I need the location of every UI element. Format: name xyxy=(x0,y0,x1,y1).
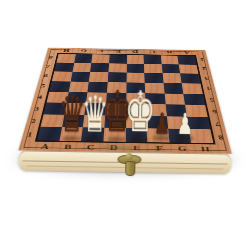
board-square[interactable] xyxy=(83,115,105,128)
board-square[interactable] xyxy=(168,129,191,143)
rank-label: 4 xyxy=(37,94,43,99)
file-label: A xyxy=(40,142,50,150)
board-square[interactable] xyxy=(90,63,109,72)
board-square[interactable] xyxy=(44,103,67,115)
chessboard: ABCDEFGH ABCDEFGH 87654321 87654321 xyxy=(19,48,232,154)
board-square[interactable] xyxy=(189,129,213,143)
board-square[interactable] xyxy=(54,62,74,71)
board-square[interactable] xyxy=(86,92,107,103)
board-square[interactable] xyxy=(167,116,190,129)
chess-set-photo: ABCDEFGH ABCDEFGH 87654321 87654321 ♛♛♚♚… xyxy=(0,0,250,250)
board-square[interactable] xyxy=(126,64,144,73)
board-square[interactable] xyxy=(162,73,182,83)
board-square[interactable] xyxy=(126,82,145,93)
board-square[interactable] xyxy=(81,128,104,142)
clasp-hasp-icon xyxy=(125,161,135,176)
rank-label: 7 xyxy=(214,121,220,127)
board-perspective-scene: ABCDEFGH ABCDEFGH 87654321 87654321 xyxy=(19,0,235,154)
rank-label: 6 xyxy=(43,73,48,78)
board-grid xyxy=(35,53,216,144)
board-square[interactable] xyxy=(64,103,86,115)
rank-label: 3 xyxy=(34,106,40,112)
board-square[interactable] xyxy=(108,63,126,72)
rank-label: 5 xyxy=(40,84,46,89)
board-square[interactable] xyxy=(144,55,162,64)
rank-label: 1 xyxy=(27,131,34,138)
board-square[interactable] xyxy=(178,56,197,65)
board-square[interactable] xyxy=(185,105,207,117)
board-square[interactable] xyxy=(161,64,180,73)
board-square[interactable] xyxy=(106,92,126,103)
board-square[interactable] xyxy=(105,103,126,115)
board-square[interactable] xyxy=(163,83,183,94)
rank-label: 7 xyxy=(46,64,51,68)
brand-stamp xyxy=(102,146,132,150)
board-square[interactable] xyxy=(125,116,146,129)
board-square[interactable] xyxy=(37,127,62,141)
file-label: F xyxy=(156,144,163,152)
board-square[interactable] xyxy=(165,104,187,116)
board-square[interactable] xyxy=(182,83,203,94)
board-square[interactable] xyxy=(89,72,108,82)
board-square[interactable] xyxy=(62,115,85,128)
rank-label: 5 xyxy=(209,97,215,102)
board-square[interactable] xyxy=(59,127,83,141)
board-square[interactable] xyxy=(144,73,163,83)
board-square[interactable] xyxy=(126,73,145,83)
board-square[interactable] xyxy=(126,93,146,104)
board-square[interactable] xyxy=(70,72,90,82)
board-square[interactable] xyxy=(66,92,87,103)
board-square[interactable] xyxy=(47,92,69,103)
board-square[interactable] xyxy=(161,55,179,64)
board-square[interactable] xyxy=(147,129,170,143)
board-square[interactable] xyxy=(88,82,108,93)
file-label: E xyxy=(133,144,140,152)
board-square[interactable] xyxy=(68,82,89,93)
board-square[interactable] xyxy=(56,54,75,63)
board-square[interactable] xyxy=(109,55,127,64)
rank-label: 4 xyxy=(206,86,211,91)
board-square[interactable] xyxy=(126,104,147,116)
board-square[interactable] xyxy=(108,72,127,82)
board-square[interactable] xyxy=(85,103,106,115)
rank-label: 3 xyxy=(204,76,209,81)
board-square[interactable] xyxy=(184,94,206,105)
board-square[interactable] xyxy=(144,64,162,73)
clasp-knob-icon xyxy=(125,153,132,160)
brass-clasp xyxy=(115,152,141,179)
rank-label: 8 xyxy=(218,134,224,141)
rank-label: 1 xyxy=(200,58,205,62)
rank-label: 8 xyxy=(48,55,53,59)
board-square[interactable] xyxy=(91,54,109,63)
board-square[interactable] xyxy=(146,104,167,116)
board-square[interactable] xyxy=(104,115,125,128)
board-square[interactable] xyxy=(164,93,185,104)
board-tilt-wrapper: ABCDEFGH ABCDEFGH 87654321 87654321 ♛♛♚♚… xyxy=(0,0,250,250)
board-square[interactable] xyxy=(180,74,200,84)
file-label: H xyxy=(200,145,210,153)
file-label: B xyxy=(64,143,73,151)
board-square[interactable] xyxy=(179,64,198,73)
file-label: C xyxy=(86,143,95,151)
board-square[interactable] xyxy=(103,128,125,142)
board-square[interactable] xyxy=(126,55,144,64)
board-square[interactable] xyxy=(145,83,165,94)
board-square[interactable] xyxy=(40,114,64,127)
board-square[interactable] xyxy=(72,63,91,72)
board-square[interactable] xyxy=(107,82,126,93)
file-label: G xyxy=(178,144,187,152)
board-square[interactable] xyxy=(49,81,70,92)
board-square[interactable] xyxy=(187,117,210,130)
rank-label: 2 xyxy=(30,118,36,124)
board-square[interactable] xyxy=(125,128,147,142)
board-square[interactable] xyxy=(146,116,168,129)
board-square[interactable] xyxy=(52,72,72,82)
board-square[interactable] xyxy=(145,93,165,104)
rank-label: 6 xyxy=(212,108,218,114)
rank-label: 2 xyxy=(202,66,207,71)
board-square[interactable] xyxy=(74,54,93,63)
